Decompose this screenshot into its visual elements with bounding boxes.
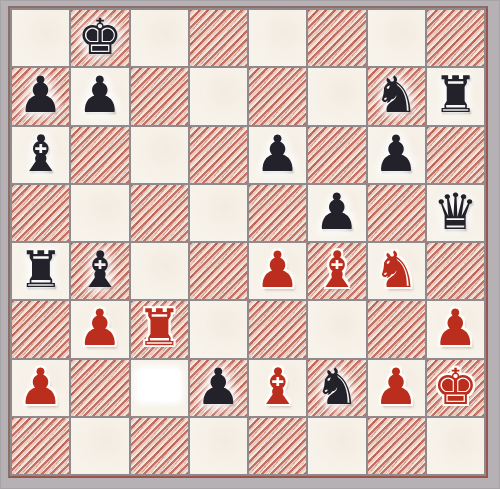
piece-black-pawn[interactable]: ♟ (196, 362, 241, 412)
piece-red-pawn[interactable]: ♟ (374, 362, 419, 412)
square-h4[interactable] (427, 243, 484, 299)
square-d6[interactable] (190, 127, 247, 183)
square-e7[interactable] (249, 68, 306, 124)
square-b7[interactable]: ♟ (71, 68, 128, 124)
square-g4[interactable]: ♞ (368, 243, 425, 299)
square-c1[interactable] (131, 418, 188, 474)
square-a7[interactable]: ♟ (12, 68, 69, 124)
piece-black-queen[interactable]: ♛ (433, 187, 478, 237)
square-b2[interactable] (71, 360, 128, 416)
square-h8[interactable] (427, 10, 484, 66)
piece-black-pawn[interactable]: ♟ (374, 129, 419, 179)
square-c5[interactable] (131, 185, 188, 241)
square-h6[interactable] (427, 127, 484, 183)
square-g1[interactable] (368, 418, 425, 474)
square-d7[interactable] (190, 68, 247, 124)
piece-black-pawn[interactable]: ♟ (18, 70, 63, 120)
piece-black-bishop[interactable]: ♝ (18, 129, 63, 179)
square-f1[interactable] (308, 418, 365, 474)
square-c4[interactable] (131, 243, 188, 299)
square-d2[interactable]: ♟ (190, 360, 247, 416)
square-b1[interactable] (71, 418, 128, 474)
chess-diagram-frame: ♚♟♟♞♜♝♟♟♟♛♜♝♟♝♞♟♜♟♟♟♝♞♟♚ (0, 0, 500, 489)
square-c8[interactable] (131, 10, 188, 66)
chess-board: ♚♟♟♞♜♝♟♟♟♛♜♝♟♝♞♟♜♟♟♟♝♞♟♚ (8, 6, 488, 478)
square-b4[interactable]: ♝ (71, 243, 128, 299)
piece-red-bishop[interactable]: ♝ (255, 362, 300, 412)
square-h5[interactable]: ♛ (427, 185, 484, 241)
square-f8[interactable] (308, 10, 365, 66)
square-c2[interactable] (131, 360, 188, 416)
square-f7[interactable] (308, 68, 365, 124)
piece-red-bishop[interactable]: ♝ (314, 245, 359, 295)
piece-red-pawn[interactable]: ♟ (18, 362, 63, 412)
piece-red-pawn[interactable]: ♟ (433, 303, 478, 353)
square-e1[interactable] (249, 418, 306, 474)
piece-black-bishop[interactable]: ♝ (77, 245, 122, 295)
square-a2[interactable]: ♟ (12, 360, 69, 416)
square-e3[interactable] (249, 301, 306, 357)
square-f2[interactable]: ♞ (308, 360, 365, 416)
square-d5[interactable] (190, 185, 247, 241)
piece-black-pawn[interactable]: ♟ (255, 129, 300, 179)
piece-red-knight[interactable]: ♞ (374, 245, 419, 295)
square-h1[interactable] (427, 418, 484, 474)
square-d8[interactable] (190, 10, 247, 66)
piece-black-rook[interactable]: ♜ (433, 70, 478, 120)
piece-black-rook[interactable]: ♜ (18, 245, 63, 295)
square-d1[interactable] (190, 418, 247, 474)
square-e5[interactable] (249, 185, 306, 241)
square-c6[interactable] (131, 127, 188, 183)
square-d4[interactable] (190, 243, 247, 299)
square-g6[interactable]: ♟ (368, 127, 425, 183)
square-e2[interactable]: ♝ (249, 360, 306, 416)
piece-black-knight[interactable]: ♞ (374, 70, 419, 120)
square-b5[interactable] (71, 185, 128, 241)
square-h7[interactable]: ♜ (427, 68, 484, 124)
square-a3[interactable] (12, 301, 69, 357)
piece-black-knight[interactable]: ♞ (314, 362, 359, 412)
piece-black-king[interactable]: ♚ (77, 12, 122, 62)
square-f5[interactable]: ♟ (308, 185, 365, 241)
piece-red-king[interactable]: ♚ (433, 362, 478, 412)
piece-red-pawn[interactable]: ♟ (77, 303, 122, 353)
square-g8[interactable] (368, 10, 425, 66)
square-b8[interactable]: ♚ (71, 10, 128, 66)
square-c3[interactable]: ♜ (131, 301, 188, 357)
square-f6[interactable] (308, 127, 365, 183)
eraser-patch-c2 (138, 369, 180, 401)
square-d3[interactable] (190, 301, 247, 357)
square-h2[interactable]: ♚ (427, 360, 484, 416)
piece-red-rook[interactable]: ♜ (137, 303, 182, 353)
square-a5[interactable] (12, 185, 69, 241)
square-b6[interactable] (71, 127, 128, 183)
square-a6[interactable]: ♝ (12, 127, 69, 183)
square-a4[interactable]: ♜ (12, 243, 69, 299)
square-b3[interactable]: ♟ (71, 301, 128, 357)
square-e6[interactable]: ♟ (249, 127, 306, 183)
square-e8[interactable] (249, 10, 306, 66)
square-g3[interactable] (368, 301, 425, 357)
piece-black-pawn[interactable]: ♟ (314, 187, 359, 237)
square-f3[interactable] (308, 301, 365, 357)
square-g7[interactable]: ♞ (368, 68, 425, 124)
square-h3[interactable]: ♟ (427, 301, 484, 357)
piece-red-pawn[interactable]: ♟ (255, 245, 300, 295)
square-a8[interactable] (12, 10, 69, 66)
square-f4[interactable]: ♝ (308, 243, 365, 299)
square-c7[interactable] (131, 68, 188, 124)
piece-black-pawn[interactable]: ♟ (77, 70, 122, 120)
square-a1[interactable] (12, 418, 69, 474)
square-g2[interactable]: ♟ (368, 360, 425, 416)
square-e4[interactable]: ♟ (249, 243, 306, 299)
square-g5[interactable] (368, 185, 425, 241)
